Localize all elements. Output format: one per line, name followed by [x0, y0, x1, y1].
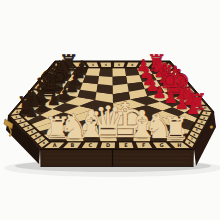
square-red	[113, 68, 127, 77]
brass-pin	[210, 125, 213, 128]
rank-label: 7	[39, 138, 41, 142]
rank-label: 6	[35, 134, 37, 138]
rank-label: 6	[193, 133, 195, 137]
rank-label: 2	[19, 119, 21, 123]
rank-label: 4	[198, 124, 200, 128]
piece-white-rook: ♜	[162, 110, 190, 146]
rank-label: 7	[191, 137, 193, 141]
rank-label: 4	[105, 63, 107, 67]
rank-label: 3	[92, 63, 94, 67]
rank-label: 3	[201, 120, 203, 124]
rank-label: 6	[131, 63, 133, 67]
chessboard: ABCDEFGH123456781234567812345678ABCDEFGH…	[0, 0, 220, 220]
square-black	[98, 76, 113, 86]
three-player-chess-set-photo: ABCDEFGH123456781234567812345678ABCDEFGH…	[0, 0, 220, 220]
rank-label: 5	[118, 63, 120, 67]
piece-white-rook: ♜	[43, 110, 71, 146]
rank-label: 5	[196, 128, 198, 132]
rank-label: 3	[23, 123, 25, 127]
rank-label: 4	[27, 126, 29, 130]
square-black	[99, 68, 113, 77]
rank-label: 2	[203, 116, 205, 120]
rank-label: 5	[31, 130, 33, 134]
piece-black-pawn: ♟	[25, 102, 39, 121]
